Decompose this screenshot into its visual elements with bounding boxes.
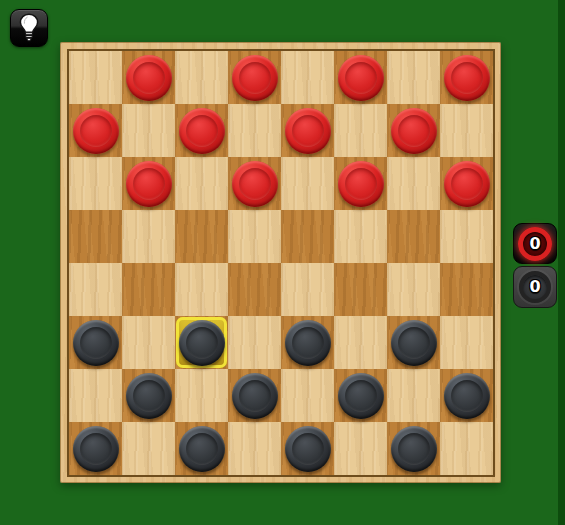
black-piece[interactable] <box>444 373 490 419</box>
black-piece[interactable] <box>232 373 278 419</box>
background-edge-strip <box>558 0 565 525</box>
lightbulb-icon <box>17 13 41 43</box>
square-r3c1 <box>122 210 175 263</box>
square-r0c3[interactable] <box>228 51 281 104</box>
black-piece[interactable] <box>73 320 119 366</box>
black-piece[interactable] <box>179 426 225 472</box>
square-r4c6 <box>387 263 440 316</box>
square-r6c0 <box>69 369 122 422</box>
square-r3c5 <box>334 210 387 263</box>
square-r0c2 <box>175 51 228 104</box>
square-r3c7 <box>440 210 493 263</box>
square-r1c0[interactable] <box>69 104 122 157</box>
square-r5c1 <box>122 316 175 369</box>
square-r5c2[interactable] <box>175 316 228 369</box>
square-r7c7 <box>440 422 493 475</box>
square-r4c0 <box>69 263 122 316</box>
square-r1c7 <box>440 104 493 157</box>
square-r4c2 <box>175 263 228 316</box>
square-r4c3[interactable] <box>228 263 281 316</box>
square-r2c3[interactable] <box>228 157 281 210</box>
square-r7c4[interactable] <box>281 422 334 475</box>
square-r3c0[interactable] <box>69 210 122 263</box>
black-piece-icon: 0 <box>519 271 551 303</box>
black-piece[interactable] <box>391 426 437 472</box>
square-r2c5[interactable] <box>334 157 387 210</box>
square-r1c2[interactable] <box>175 104 228 157</box>
black-piece[interactable] <box>179 320 225 366</box>
square-r0c5[interactable] <box>334 51 387 104</box>
square-r7c2[interactable] <box>175 422 228 475</box>
red-score-value: 0 <box>529 236 540 252</box>
square-r6c2 <box>175 369 228 422</box>
square-r2c0 <box>69 157 122 210</box>
red-piece[interactable] <box>338 55 384 101</box>
square-r5c6[interactable] <box>387 316 440 369</box>
square-r7c6[interactable] <box>387 422 440 475</box>
hint-button[interactable] <box>10 9 48 47</box>
black-score-box: 0 <box>513 266 557 308</box>
black-piece[interactable] <box>338 373 384 419</box>
black-piece[interactable] <box>285 426 331 472</box>
red-piece-icon: 0 <box>518 227 552 261</box>
square-r3c3 <box>228 210 281 263</box>
square-r2c6 <box>387 157 440 210</box>
square-r1c6[interactable] <box>387 104 440 157</box>
square-r5c4[interactable] <box>281 316 334 369</box>
square-r4c1[interactable] <box>122 263 175 316</box>
square-r0c4 <box>281 51 334 104</box>
square-r2c7[interactable] <box>440 157 493 210</box>
square-r5c7 <box>440 316 493 369</box>
square-r5c0[interactable] <box>69 316 122 369</box>
square-r4c7[interactable] <box>440 263 493 316</box>
red-piece[interactable] <box>444 161 490 207</box>
square-r7c1 <box>122 422 175 475</box>
square-r2c1[interactable] <box>122 157 175 210</box>
red-piece[interactable] <box>126 161 172 207</box>
square-r0c1[interactable] <box>122 51 175 104</box>
red-piece[interactable] <box>232 55 278 101</box>
black-piece[interactable] <box>391 320 437 366</box>
red-piece[interactable] <box>338 161 384 207</box>
red-score-box: 0 <box>513 223 557 264</box>
black-score-value: 0 <box>529 279 540 295</box>
red-piece[interactable] <box>179 108 225 154</box>
square-r1c1 <box>122 104 175 157</box>
black-piece[interactable] <box>285 320 331 366</box>
square-r5c3 <box>228 316 281 369</box>
red-piece[interactable] <box>285 108 331 154</box>
square-r3c2[interactable] <box>175 210 228 263</box>
square-r3c4[interactable] <box>281 210 334 263</box>
black-piece[interactable] <box>126 373 172 419</box>
square-r6c3[interactable] <box>228 369 281 422</box>
square-r6c7[interactable] <box>440 369 493 422</box>
board-grid <box>67 49 495 477</box>
square-r7c0[interactable] <box>69 422 122 475</box>
square-r0c7[interactable] <box>440 51 493 104</box>
square-r6c1[interactable] <box>122 369 175 422</box>
square-r6c6 <box>387 369 440 422</box>
square-r2c2 <box>175 157 228 210</box>
square-r1c4[interactable] <box>281 104 334 157</box>
square-r3c6[interactable] <box>387 210 440 263</box>
black-piece[interactable] <box>73 426 119 472</box>
score-panel: 0 0 <box>513 223 557 308</box>
red-piece[interactable] <box>232 161 278 207</box>
square-r1c5 <box>334 104 387 157</box>
square-r2c4 <box>281 157 334 210</box>
red-piece[interactable] <box>73 108 119 154</box>
square-r0c0 <box>69 51 122 104</box>
square-r6c5[interactable] <box>334 369 387 422</box>
red-piece[interactable] <box>126 55 172 101</box>
square-r7c3 <box>228 422 281 475</box>
square-r0c6 <box>387 51 440 104</box>
checkers-board <box>60 42 501 483</box>
square-r6c4 <box>281 369 334 422</box>
square-r4c5[interactable] <box>334 263 387 316</box>
square-r1c3 <box>228 104 281 157</box>
square-r7c5 <box>334 422 387 475</box>
red-piece[interactable] <box>391 108 437 154</box>
square-r5c5 <box>334 316 387 369</box>
square-r4c4 <box>281 263 334 316</box>
red-piece[interactable] <box>444 55 490 101</box>
